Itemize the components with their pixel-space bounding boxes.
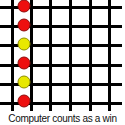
board-cell — [108, 102, 122, 111]
board-cell — [108, 6, 122, 25]
red-disc — [18, 0, 31, 13]
board-cell — [0, 83, 11, 102]
board-cell — [108, 83, 122, 102]
board-cell — [69, 25, 90, 44]
yellow-disc — [18, 37, 31, 50]
board-cell — [49, 25, 69, 44]
board-cell — [108, 44, 122, 64]
board-cell — [0, 25, 11, 44]
board-cell — [0, 6, 11, 25]
board-cell — [69, 6, 90, 25]
red-disc — [18, 18, 31, 31]
board-cell — [108, 25, 122, 44]
board-cell — [69, 64, 90, 84]
board-cell — [30, 102, 50, 111]
red-disc — [18, 94, 31, 107]
board-cell — [49, 64, 69, 84]
board-cell — [49, 83, 69, 102]
board-cell — [108, 64, 122, 84]
yellow-disc — [18, 75, 31, 88]
game-screenshot: Computer counts as a win — [0, 0, 125, 125]
board-cell — [49, 44, 69, 64]
board-cell — [49, 6, 69, 25]
board-cell — [89, 44, 108, 64]
board-cell — [49, 102, 69, 111]
board-cell — [30, 83, 50, 102]
board-caption: Computer counts as a win — [0, 113, 125, 124]
board-cell — [89, 25, 108, 44]
board-cell — [69, 102, 90, 111]
board-cell — [30, 44, 50, 64]
red-disc — [18, 56, 31, 69]
board-cell — [69, 44, 90, 64]
connect-four-board — [0, 0, 122, 111]
board-cell — [30, 25, 50, 44]
board-cell — [30, 6, 50, 25]
board-cell — [0, 64, 11, 84]
board-cell — [0, 44, 11, 64]
board-cell — [89, 102, 108, 111]
board-cell — [89, 6, 108, 25]
board-cell — [30, 64, 50, 84]
board-cell — [89, 83, 108, 102]
board-cell — [69, 83, 90, 102]
board-cell — [0, 102, 11, 111]
board-cell — [89, 64, 108, 84]
